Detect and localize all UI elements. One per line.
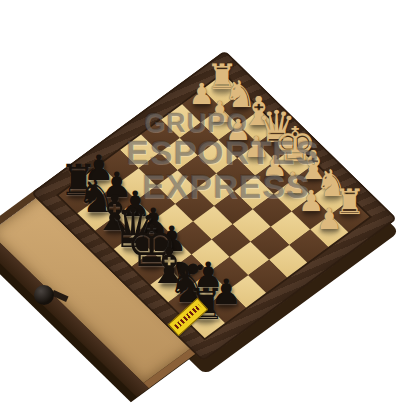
board-3d-plane: ♜♞♝♛♚♝♞♜♟♟♟♟♟♟♟♟♟♟♟♟♟♟♟♟♜♞♝♛♚♝♞♜: [31, 50, 398, 362]
chess-set-photo: ♜♞♝♛♚♝♞♜♟♟♟♟♟♟♟♟♟♟♟♟♟♟♟♟♜♞♝♛♚♝♞♜ GRUPO E…: [0, 0, 420, 420]
piece-glyph: ♟: [316, 205, 342, 234]
drawer-knob[interactable]: [34, 285, 54, 305]
